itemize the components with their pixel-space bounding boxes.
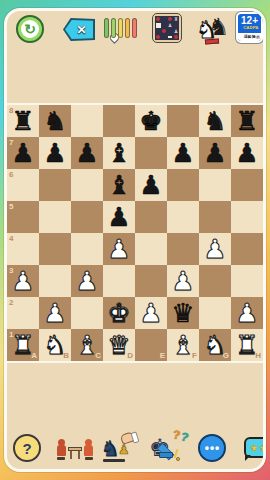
square-c7[interactable]: ♟: [71, 137, 103, 169]
rank-label-5: 5: [9, 202, 13, 211]
square-d4[interactable]: ♟: [103, 233, 135, 265]
square-f6[interactable]: [167, 169, 199, 201]
square-a4[interactable]: 4: [7, 233, 39, 265]
square-g4[interactable]: ♟: [199, 233, 231, 265]
board-editor-button[interactable]: ♞ ♟: [101, 431, 141, 463]
piece-black-pawn-h7[interactable]: ♟: [231, 137, 263, 169]
piece-white-pawn-b2[interactable]: ♟: [39, 297, 71, 329]
board-base-icon: [103, 459, 125, 462]
rank-label-4: 4: [9, 234, 13, 243]
square-g6[interactable]: [199, 169, 231, 201]
square-c6[interactable]: [71, 169, 103, 201]
square-a5[interactable]: 5: [7, 201, 39, 233]
rate-app-button[interactable]: ★★: [244, 437, 266, 458]
two-player-button[interactable]: [55, 436, 95, 462]
square-f1[interactable]: F♝: [167, 329, 199, 361]
file-label-e: E: [160, 351, 165, 360]
square-d3[interactable]: [103, 265, 135, 297]
piece-black-pawn-d5[interactable]: ♟: [103, 201, 135, 233]
two-knights-button[interactable]: ♞ ♞: [196, 14, 232, 44]
square-c3[interactable]: ♟: [71, 265, 103, 297]
player-right-body: [84, 445, 93, 456]
square-e4[interactable]: [135, 233, 167, 265]
square-f2[interactable]: ♛: [167, 297, 199, 329]
restart-icon: ↻: [21, 20, 39, 38]
help-button[interactable]: ?: [13, 434, 41, 462]
square-e3[interactable]: [135, 265, 167, 297]
piece-black-bishop-d7[interactable]: ♝: [103, 137, 135, 169]
piece-black-bishop-d6[interactable]: ♝: [103, 169, 135, 201]
close-icon: ✕: [65, 20, 93, 39]
square-h3[interactable]: [231, 265, 263, 297]
piece-black-king-e8[interactable]: ♚: [135, 105, 167, 137]
difficulty-bar-1: [104, 18, 109, 38]
tassel-knob-icon: [176, 457, 180, 461]
piece-black-knight-g8[interactable]: ♞: [199, 105, 231, 137]
square-d6[interactable]: ♝: [103, 169, 135, 201]
piece-white-pawn-g4[interactable]: ♟: [199, 233, 231, 265]
close-button[interactable]: ✕: [63, 18, 95, 41]
square-b6[interactable]: [39, 169, 71, 201]
player-left-body: [57, 445, 66, 456]
square-f7[interactable]: ♟: [167, 137, 199, 169]
difficulty-bar-3: [118, 18, 123, 38]
piece-black-pawn-c7[interactable]: ♟: [71, 137, 103, 169]
difficulty-bar-2: [111, 18, 116, 38]
piece-black-pawn-f7[interactable]: ♟: [167, 137, 199, 169]
table-leg: [70, 451, 72, 459]
square-g5[interactable]: [199, 201, 231, 233]
age-rating-label: 适龄提示: [244, 35, 256, 39]
square-g3[interactable]: [199, 265, 231, 297]
square-f5[interactable]: [167, 201, 199, 233]
square-c2[interactable]: [71, 297, 103, 329]
piece-black-rook-h8[interactable]: ♜: [231, 105, 263, 137]
square-b2[interactable]: ♟: [39, 297, 71, 329]
piece-black-queen-f2[interactable]: ♛: [167, 297, 199, 329]
square-a2[interactable]: 2: [7, 297, 39, 329]
stool-icon: [85, 457, 93, 460]
square-a8[interactable]: 8♜: [7, 105, 39, 137]
file-label-c: C: [95, 351, 101, 360]
rank-label-1: 1: [9, 330, 13, 339]
restart-button[interactable]: ↻: [16, 15, 44, 43]
difficulty-bar-5: [132, 18, 137, 38]
square-f8[interactable]: [167, 105, 199, 137]
rank-label-7: 7: [9, 138, 13, 147]
puzzle-board-button[interactable]: ♜♟♟: [152, 13, 182, 43]
piece-black-pawn-b7[interactable]: ♟: [39, 137, 71, 169]
square-b8[interactable]: ♞: [39, 105, 71, 137]
square-d2[interactable]: ♚: [103, 297, 135, 329]
table-leg: [78, 451, 80, 459]
square-b4[interactable]: [39, 233, 71, 265]
ribbon-icon: [205, 39, 219, 45]
piece-white-pawn-c3[interactable]: ♟: [71, 265, 103, 297]
piece-white-pawn-f3[interactable]: ♟: [167, 265, 199, 297]
rank-label-2: 2: [9, 298, 13, 307]
puzzle-board-icon: ♜♟♟: [155, 16, 179, 40]
square-h4[interactable]: [231, 233, 263, 265]
square-b7[interactable]: ♟: [39, 137, 71, 169]
square-f3[interactable]: ♟: [167, 265, 199, 297]
square-d5[interactable]: ♟: [103, 201, 135, 233]
file-label-f: F: [192, 351, 197, 360]
square-h1[interactable]: H♜: [231, 329, 263, 361]
piece-black-pawn-e6[interactable]: ♟: [135, 169, 167, 201]
square-a6[interactable]: 6: [7, 169, 39, 201]
rank-label-3: 3: [9, 266, 13, 275]
editor-gold-piece-icon: ♟: [118, 443, 130, 457]
more-options-button[interactable]: •••: [198, 434, 226, 462]
square-c1[interactable]: C♝: [71, 329, 103, 361]
age-rating-org: CADPA: [243, 26, 256, 29]
graduation-cap-band: [159, 452, 173, 458]
bubble-tail-icon: [245, 455, 251, 461]
rank-label-6: 6: [9, 170, 13, 179]
square-g1[interactable]: G♞: [199, 329, 231, 361]
piece-black-pawn-g7[interactable]: ♟: [199, 137, 231, 169]
square-e1[interactable]: E: [135, 329, 167, 361]
piece-white-pawn-e2[interactable]: ♟: [135, 297, 167, 329]
square-b1[interactable]: B♞: [39, 329, 71, 361]
square-c8[interactable]: [71, 105, 103, 137]
difficulty-level-button[interactable]: [104, 18, 144, 44]
square-a7[interactable]: 7♟: [7, 137, 39, 169]
ellipsis-icon: •••: [204, 436, 221, 460]
help-icon: ?: [22, 440, 31, 457]
file-label-a: A: [31, 351, 37, 360]
chess-board[interactable]: 8♜♞♚♞♜7♟♟♟♝♟♟♟6♝♟5♟4♟♟3♟♟♟2♟♚♟♛♟1A♜B♞C♝D…: [7, 103, 263, 363]
square-h6[interactable]: [231, 169, 263, 201]
square-h2[interactable]: ♟: [231, 297, 263, 329]
file-label-d: D: [127, 351, 133, 360]
square-d1[interactable]: D♛: [103, 329, 135, 361]
stars-icon: ★★: [250, 443, 266, 453]
stool-icon: [57, 457, 65, 460]
square-a3[interactable]: 3♟: [7, 265, 39, 297]
square-g2[interactable]: [199, 297, 231, 329]
difficulty-bar-4: [125, 18, 130, 38]
piece-black-knight-b8[interactable]: ♞: [39, 105, 71, 137]
close-glyph: ✕: [71, 23, 86, 37]
learn-chess-button[interactable]: ♚ ? ?: [147, 430, 191, 464]
square-e7[interactable]: [135, 137, 167, 169]
square-h7[interactable]: ♟: [231, 137, 263, 169]
file-label-h: H: [255, 351, 261, 360]
square-h5[interactable]: [231, 201, 263, 233]
square-f4[interactable]: [167, 233, 199, 265]
square-d7[interactable]: ♝: [103, 137, 135, 169]
age-rating-badge: 12+ CADPA 适龄提示: [236, 12, 263, 43]
square-e5[interactable]: [135, 201, 167, 233]
square-g8[interactable]: ♞: [199, 105, 231, 137]
square-a1[interactable]: 1A♜: [7, 329, 39, 361]
file-label-b: B: [63, 351, 69, 360]
square-h8[interactable]: ♜: [231, 105, 263, 137]
editor-knight-icon: ♞: [101, 437, 120, 461]
app-frame: ↻ ✕ ♜♟♟ ♞ ♞ 12+ CADPA 适龄提示: [0, 0, 270, 480]
app-content: ↻ ✕ ♜♟♟ ♞ ♞ 12+ CADPA 适龄提示: [4, 8, 266, 472]
square-g7[interactable]: ♟: [199, 137, 231, 169]
puzzle-cell: [173, 34, 179, 40]
square-e8[interactable]: ♚: [135, 105, 167, 137]
piece-white-pawn-h2[interactable]: ♟: [231, 297, 263, 329]
square-b5[interactable]: [39, 201, 71, 233]
square-c4[interactable]: [71, 233, 103, 265]
square-e2[interactable]: ♟: [135, 297, 167, 329]
square-c5[interactable]: [71, 201, 103, 233]
piece-white-king-d2[interactable]: ♚: [103, 297, 135, 329]
square-d8[interactable]: [103, 105, 135, 137]
file-label-g: G: [223, 351, 229, 360]
square-e6[interactable]: ♟: [135, 169, 167, 201]
piece-white-pawn-d4[interactable]: ♟: [103, 233, 135, 265]
restart-glyph: ↻: [24, 20, 36, 38]
square-b3[interactable]: [39, 265, 71, 297]
rank-label-8: 8: [9, 106, 13, 115]
